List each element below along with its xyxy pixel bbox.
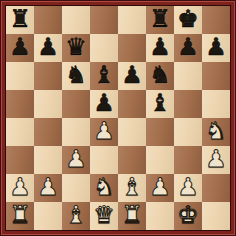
square-a6[interactable] [6,62,34,90]
square-a3[interactable] [6,146,34,174]
black-pawn-f7[interactable]: ♟ [149,34,171,61]
square-b3[interactable] [34,146,62,174]
black-bishop-f5[interactable]: ♝ [149,90,171,117]
white-bishop-e2[interactable]: ♝ [121,174,143,201]
black-pawn-a7[interactable]: ♟ [9,34,31,61]
square-c8[interactable] [62,6,90,34]
square-a8[interactable]: ♜ [6,6,34,34]
square-f6[interactable]: ♞ [146,62,174,90]
white-pawn-b2[interactable]: ♟ [37,174,59,201]
black-pawn-d5[interactable]: ♟ [93,90,115,117]
square-e5[interactable] [118,90,146,118]
black-king-g8[interactable]: ♚ [177,6,199,33]
white-pawn-g2[interactable]: ♟ [177,174,199,201]
black-knight-c6[interactable]: ♞ [65,62,87,89]
black-pawn-b7[interactable]: ♟ [37,34,59,61]
square-d4[interactable]: ♟ [90,118,118,146]
square-d3[interactable] [90,146,118,174]
square-e7[interactable] [118,34,146,62]
square-a1[interactable]: ♜ [6,202,34,230]
square-d6[interactable]: ♝ [90,62,118,90]
square-g8[interactable]: ♚ [174,6,202,34]
square-d2[interactable]: ♞ [90,174,118,202]
square-d7[interactable] [90,34,118,62]
square-d1[interactable]: ♛ [90,202,118,230]
white-knight-h4[interactable]: ♞ [205,118,227,145]
square-f4[interactable] [146,118,174,146]
square-g2[interactable]: ♟ [174,174,202,202]
square-b5[interactable] [34,90,62,118]
square-e3[interactable] [118,146,146,174]
square-a2[interactable]: ♟ [6,174,34,202]
square-g1[interactable]: ♚ [174,202,202,230]
square-b4[interactable] [34,118,62,146]
square-e2[interactable]: ♝ [118,174,146,202]
square-b6[interactable] [34,62,62,90]
white-knight-d2[interactable]: ♞ [93,174,115,201]
white-rook-a1[interactable]: ♜ [9,202,31,229]
black-bishop-d6[interactable]: ♝ [93,62,115,89]
white-pawn-a2[interactable]: ♟ [9,174,31,201]
black-pawn-g7[interactable]: ♟ [177,34,199,61]
square-c5[interactable] [62,90,90,118]
square-b7[interactable]: ♟ [34,34,62,62]
square-f1[interactable] [146,202,174,230]
square-d8[interactable] [90,6,118,34]
square-f2[interactable]: ♟ [146,174,174,202]
black-knight-f6[interactable]: ♞ [149,62,171,89]
square-g6[interactable] [174,62,202,90]
square-h2[interactable] [202,174,230,202]
square-g7[interactable]: ♟ [174,34,202,62]
white-pawn-f2[interactable]: ♟ [149,174,171,201]
chess-board: ♜♜♚♟♟♛♟♟♟♞♝♟♞♟♝♟♞♟♟♟♟♞♝♟♟♜♝♛♜♚ [6,6,230,230]
square-b8[interactable] [34,6,62,34]
square-c7[interactable]: ♛ [62,34,90,62]
square-h4[interactable]: ♞ [202,118,230,146]
square-f8[interactable]: ♜ [146,6,174,34]
square-f5[interactable]: ♝ [146,90,174,118]
white-pawn-c3[interactable]: ♟ [65,146,87,173]
square-b1[interactable] [34,202,62,230]
square-e1[interactable]: ♜ [118,202,146,230]
black-rook-a8[interactable]: ♜ [9,6,31,33]
square-d5[interactable]: ♟ [90,90,118,118]
white-pawn-d4[interactable]: ♟ [93,118,115,145]
square-e8[interactable] [118,6,146,34]
square-f3[interactable] [146,146,174,174]
square-h8[interactable] [202,6,230,34]
square-e6[interactable]: ♟ [118,62,146,90]
white-bishop-c1[interactable]: ♝ [65,202,87,229]
square-h5[interactable] [202,90,230,118]
square-e4[interactable] [118,118,146,146]
black-queen-c7[interactable]: ♛ [65,34,87,61]
square-g5[interactable] [174,90,202,118]
square-g3[interactable] [174,146,202,174]
white-rook-e1[interactable]: ♜ [121,202,143,229]
white-queen-d1[interactable]: ♛ [93,202,115,229]
square-h1[interactable] [202,202,230,230]
square-a5[interactable] [6,90,34,118]
white-king-g1[interactable]: ♚ [177,202,199,229]
square-h3[interactable]: ♟ [202,146,230,174]
square-c4[interactable] [62,118,90,146]
white-pawn-h3[interactable]: ♟ [205,146,227,173]
square-b2[interactable]: ♟ [34,174,62,202]
square-g4[interactable] [174,118,202,146]
square-c2[interactable] [62,174,90,202]
square-c1[interactable]: ♝ [62,202,90,230]
black-rook-f8[interactable]: ♜ [149,6,171,33]
board-frame: ♜♜♚♟♟♛♟♟♟♞♝♟♞♟♝♟♞♟♟♟♟♞♝♟♟♜♝♛♜♚ [0,0,236,236]
square-h6[interactable] [202,62,230,90]
square-c6[interactable]: ♞ [62,62,90,90]
square-a4[interactable] [6,118,34,146]
black-pawn-h7[interactable]: ♟ [205,34,227,61]
square-f7[interactable]: ♟ [146,34,174,62]
square-h7[interactable]: ♟ [202,34,230,62]
square-a7[interactable]: ♟ [6,34,34,62]
square-c3[interactable]: ♟ [62,146,90,174]
black-pawn-e6[interactable]: ♟ [121,62,143,89]
